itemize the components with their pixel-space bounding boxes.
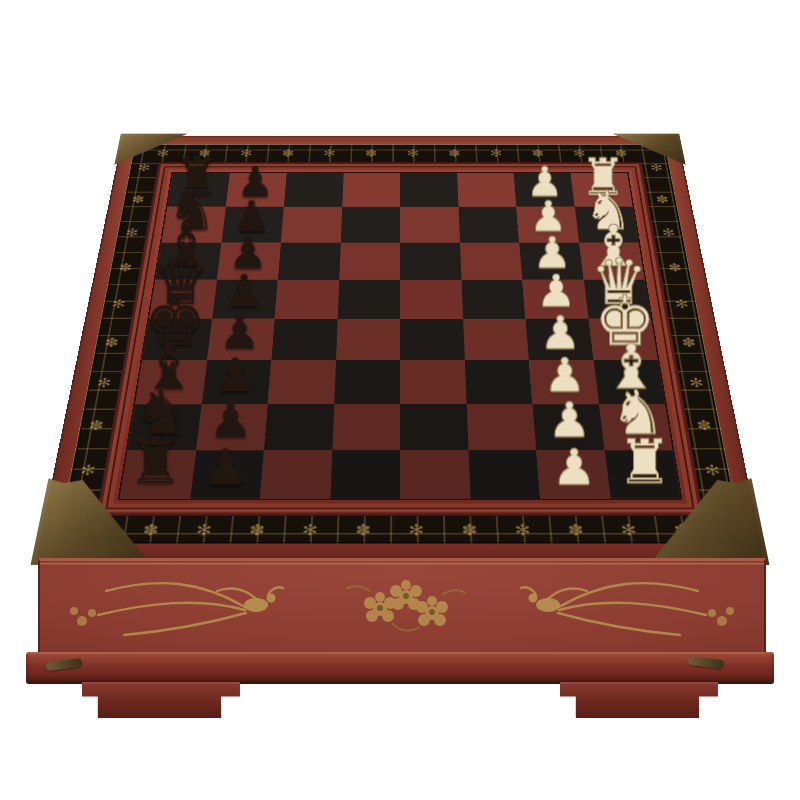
square-r5c3[interactable]	[271, 319, 337, 360]
piece-white-pawn[interactable]: ♟	[548, 396, 592, 445]
box-foot-left	[82, 682, 240, 718]
square-r8c3[interactable]	[260, 450, 332, 499]
gold-floral-strip-top: ✻ ✽ ✻ ✽ ✻ ✽ ✻ ✽ ✻ ✽ ✻ ✽ ✻ ✽ ✻ ✽ ✻ ✽ ✻ ✽ …	[155, 145, 644, 162]
chess-board: ♜♟♟♜♞♟♟♞♝♟♟♝♛♟♟♛♚♟♟♚♝♟♟♝♞♟♟♞♜♟♟♜	[120, 173, 681, 499]
phoenix-and-peony-gold-decoration-icon	[40, 561, 764, 657]
square-r8c8[interactable]: ♜	[604, 450, 680, 499]
square-r8c2[interactable]: ♟	[190, 450, 264, 499]
square-r5c4[interactable]	[336, 319, 400, 360]
box-foot-right	[560, 682, 718, 718]
piece-white-pawn[interactable]: ♟	[552, 443, 597, 493]
square-r1c4[interactable]	[342, 173, 400, 207]
square-r6c6[interactable]	[464, 360, 532, 404]
square-r2c5[interactable]	[400, 207, 460, 242]
square-r5c6[interactable]	[463, 319, 529, 360]
square-r7c6[interactable]	[466, 404, 536, 450]
square-r1c5[interactable]	[400, 173, 458, 207]
square-r7c4[interactable]	[332, 404, 400, 450]
square-r8c1[interactable]: ♜	[120, 450, 196, 499]
box-front-panel	[38, 558, 766, 657]
square-r6c5[interactable]	[400, 360, 466, 404]
box-base-molding	[26, 652, 774, 684]
square-r6c3[interactable]	[268, 360, 336, 404]
square-r3c5[interactable]	[400, 242, 461, 279]
square-r2c3[interactable]	[281, 207, 342, 242]
board-scene: ✻ ✽ ✻ ✽ ✻ ✽ ✻ ✽ ✻ ✽ ✻ ✽ ✻ ✽ ✻ ✽ ✻ ✽ ✻ ✽ …	[38, 0, 762, 558]
piece-black-pawn[interactable]: ♟	[209, 396, 253, 445]
square-r8c7[interactable]: ♟	[536, 450, 610, 499]
square-r6c4[interactable]	[334, 360, 400, 404]
square-r4c5[interactable]	[400, 280, 463, 319]
square-r7c5[interactable]	[400, 404, 468, 450]
square-r7c3[interactable]	[264, 404, 334, 450]
square-r4c4[interactable]	[337, 280, 400, 319]
square-r2c4[interactable]	[340, 207, 400, 242]
piece-white-rook[interactable]: ♜	[617, 431, 672, 493]
gold-floral-strip-bottom: ✻ ✽ ✻ ✽ ✻ ✽ ✻ ✽ ✻ ✽ ✻ ✽ ✻ ✽ ✻ ✽ ✻ ✽ ✻ ✽ …	[88, 516, 713, 543]
square-r4c6[interactable]	[461, 280, 525, 319]
square-r8c6[interactable]	[468, 450, 540, 499]
square-r8c4[interactable]	[330, 450, 400, 499]
square-r3c4[interactable]	[339, 242, 400, 279]
square-r8c5[interactable]	[400, 450, 470, 499]
piece-black-rook[interactable]: ♜	[128, 431, 183, 493]
piece-black-pawn[interactable]: ♟	[203, 443, 248, 493]
square-r1c3[interactable]	[284, 173, 344, 207]
square-r2c6[interactable]	[458, 207, 519, 242]
board-top-surface: ✻ ✽ ✻ ✽ ✻ ✽ ✻ ✽ ✻ ✽ ✻ ✽ ✻ ✽ ✻ ✽ ✻ ✽ ✻ ✽ …	[38, 137, 762, 558]
square-r3c6[interactable]	[460, 242, 523, 279]
square-r4c3[interactable]	[275, 280, 339, 319]
gold-ornament-band: ✻ ✽ ✻ ✽ ✻ ✽ ✻ ✽ ✻ ✽ ✻ ✽ ✻ ✽ ✻ ✽ ✻ ✽ ✻ ✽ …	[57, 144, 744, 544]
square-r1c6[interactable]	[457, 173, 517, 207]
square-r3c3[interactable]	[278, 242, 341, 279]
product-photo-stage: ✻ ✽ ✻ ✽ ✻ ✽ ✻ ✽ ✻ ✽ ✻ ✽ ✻ ✽ ✻ ✽ ✻ ✽ ✻ ✽ …	[0, 0, 800, 800]
inner-red-rim: ♜♟♟♜♞♟♟♞♝♟♟♝♛♟♟♛♚♟♟♚♝♟♟♝♞♟♟♞♜♟♟♜	[96, 162, 703, 515]
square-r5c5[interactable]	[400, 319, 464, 360]
